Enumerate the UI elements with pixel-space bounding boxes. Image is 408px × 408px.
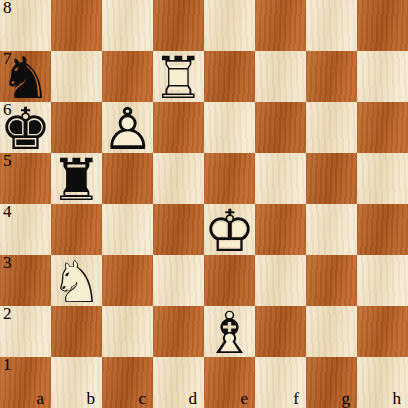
square-f8[interactable] (255, 0, 306, 51)
square-d7[interactable]: ♜♖ (153, 51, 204, 102)
square-e1[interactable]: e (204, 357, 255, 408)
piece-black-king[interactable]: ♚ (0, 102, 51, 153)
square-c2[interactable] (102, 306, 153, 357)
square-f2[interactable] (255, 306, 306, 357)
black-rook-fill-glyph: ♜ (51, 151, 103, 209)
square-b5[interactable]: ♜ (51, 153, 102, 204)
rank-label-8: 8 (3, 0, 12, 18)
square-g8[interactable] (306, 0, 357, 51)
file-label-c: c (138, 390, 146, 408)
square-b7[interactable] (51, 51, 102, 102)
white-king-outline-glyph: ♔ (204, 202, 256, 260)
square-h2[interactable] (357, 306, 408, 357)
square-d3[interactable] (153, 255, 204, 306)
square-f3[interactable] (255, 255, 306, 306)
square-c6[interactable]: ♟♙ (102, 102, 153, 153)
square-f7[interactable] (255, 51, 306, 102)
square-e8[interactable] (204, 0, 255, 51)
square-h3[interactable] (357, 255, 408, 306)
black-king-fill-glyph: ♚ (0, 100, 52, 158)
square-h1[interactable]: h (357, 357, 408, 408)
piece-white-knight[interactable]: ♞♘ (51, 255, 102, 306)
square-g7[interactable] (306, 51, 357, 102)
square-d6[interactable] (153, 102, 204, 153)
white-pawn-outline-glyph: ♙ (102, 100, 154, 158)
file-label-d: d (189, 390, 198, 408)
square-g3[interactable] (306, 255, 357, 306)
file-label-b: b (87, 390, 96, 408)
rank-label-2: 2 (3, 304, 12, 324)
square-a4[interactable]: 4 (0, 204, 51, 255)
square-c4[interactable] (102, 204, 153, 255)
white-bishop-outline-glyph: ♗ (204, 304, 256, 362)
square-f6[interactable] (255, 102, 306, 153)
square-e6[interactable] (204, 102, 255, 153)
square-h4[interactable] (357, 204, 408, 255)
square-d1[interactable]: d (153, 357, 204, 408)
square-e7[interactable] (204, 51, 255, 102)
white-rook-outline-glyph: ♖ (153, 49, 205, 107)
square-e2[interactable]: ♝♗ (204, 306, 255, 357)
square-c8[interactable] (102, 0, 153, 51)
rank-label-4: 4 (3, 202, 12, 222)
square-b2[interactable] (51, 306, 102, 357)
piece-black-rook[interactable]: ♜ (51, 153, 102, 204)
square-a6[interactable]: 6♚ (0, 102, 51, 153)
square-b8[interactable] (51, 0, 102, 51)
file-label-a: a (36, 390, 44, 408)
square-f4[interactable] (255, 204, 306, 255)
piece-white-pawn[interactable]: ♟♙ (102, 102, 153, 153)
square-g5[interactable] (306, 153, 357, 204)
rank-label-5: 5 (3, 151, 12, 171)
square-a3[interactable]: 3 (0, 255, 51, 306)
file-label-g: g (342, 390, 351, 408)
square-d4[interactable] (153, 204, 204, 255)
file-label-h: h (393, 390, 402, 408)
chess-board: 87♞♜♖6♚♟♙5♜4♚♔3♞♘2♝♗1abcdefgh (0, 0, 408, 408)
piece-white-king[interactable]: ♚♔ (204, 204, 255, 255)
square-c5[interactable] (102, 153, 153, 204)
rank-label-3: 3 (3, 253, 12, 273)
square-g2[interactable] (306, 306, 357, 357)
square-g4[interactable] (306, 204, 357, 255)
file-label-e: e (240, 390, 248, 408)
square-a5[interactable]: 5 (0, 153, 51, 204)
square-d2[interactable] (153, 306, 204, 357)
square-c1[interactable]: c (102, 357, 153, 408)
square-a1[interactable]: 1a (0, 357, 51, 408)
rank-label-1: 1 (3, 355, 12, 375)
square-f1[interactable]: f (255, 357, 306, 408)
square-b1[interactable]: b (51, 357, 102, 408)
square-g1[interactable]: g (306, 357, 357, 408)
square-h7[interactable] (357, 51, 408, 102)
square-h6[interactable] (357, 102, 408, 153)
square-h8[interactable] (357, 0, 408, 51)
square-b3[interactable]: ♞♘ (51, 255, 102, 306)
square-c3[interactable] (102, 255, 153, 306)
square-d5[interactable] (153, 153, 204, 204)
square-h5[interactable] (357, 153, 408, 204)
file-label-f: f (293, 390, 299, 408)
square-g6[interactable] (306, 102, 357, 153)
square-a2[interactable]: 2 (0, 306, 51, 357)
square-f5[interactable] (255, 153, 306, 204)
piece-white-bishop[interactable]: ♝♗ (204, 306, 255, 357)
piece-white-rook[interactable]: ♜♖ (153, 51, 204, 102)
square-e4[interactable]: ♚♔ (204, 204, 255, 255)
white-knight-outline-glyph: ♘ (51, 253, 103, 311)
